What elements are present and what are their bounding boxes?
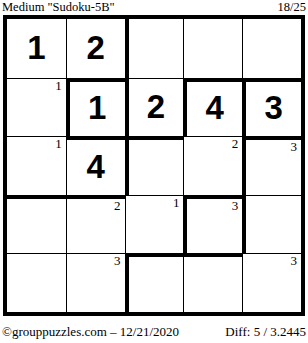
cell-r1-c4[interactable] xyxy=(183,19,242,78)
corner-mark: 2 xyxy=(232,137,239,151)
difficulty-text: Diff: 5 / 3.2445 xyxy=(225,325,306,339)
cell-r1-c2[interactable]: 2 xyxy=(66,19,125,78)
cell-r1-c1[interactable]: 1 xyxy=(7,19,66,78)
given-digit: 2 xyxy=(87,31,105,64)
cell-r5-c3[interactable] xyxy=(125,253,184,312)
cell-r3-c1[interactable]: 1 xyxy=(7,136,66,195)
given-digit: 1 xyxy=(88,91,106,124)
given-digit: 3 xyxy=(264,91,282,124)
cell-r2-c1[interactable]: 1 xyxy=(7,78,66,137)
cell-r5-c1[interactable] xyxy=(7,253,66,312)
given-digit: 4 xyxy=(206,91,224,124)
corner-mark: 3 xyxy=(114,254,121,268)
corner-mark: 1 xyxy=(173,196,180,210)
cell-r3-c2[interactable]: 4 xyxy=(66,136,125,195)
cell-r2-c2[interactable]: 1 xyxy=(66,78,125,137)
cell-r4-c5[interactable] xyxy=(242,195,301,254)
cell-r5-c4[interactable] xyxy=(183,253,242,312)
puzzle-page: Medium "Sudoku-5B" 18/25 121124314232133… xyxy=(0,0,308,343)
corner-mark: 1 xyxy=(55,79,62,93)
given-digit: 4 xyxy=(87,150,105,183)
copyright-text: ©grouppuzzles.com – 12/21/2020 xyxy=(2,325,179,339)
puzzle-grid: 1211243142321333 xyxy=(3,15,305,316)
cell-r3-c4[interactable]: 2 xyxy=(183,136,242,195)
cell-counter: 18/25 xyxy=(278,1,306,14)
cell-r2-c4[interactable]: 4 xyxy=(183,78,242,137)
cell-r1-c5[interactable] xyxy=(242,19,301,78)
cell-r4-c1[interactable] xyxy=(7,195,66,254)
corner-mark: 3 xyxy=(290,140,297,154)
cell-r3-c3[interactable] xyxy=(125,136,184,195)
cell-r3-c5[interactable]: 3 xyxy=(242,136,301,195)
page-header: Medium "Sudoku-5B" 18/25 xyxy=(2,1,306,14)
cell-r1-c3[interactable] xyxy=(125,19,184,78)
page-footer: ©grouppuzzles.com – 12/21/2020 Diff: 5 /… xyxy=(2,325,306,339)
cell-r5-c5[interactable]: 3 xyxy=(242,253,301,312)
corner-mark: 2 xyxy=(114,199,121,213)
given-digit: 2 xyxy=(147,90,165,123)
cell-r4-c4[interactable]: 3 xyxy=(183,195,242,254)
corner-mark: 1 xyxy=(55,137,62,151)
cell-r5-c2[interactable]: 3 xyxy=(66,253,125,312)
cell-r2-c5[interactable]: 3 xyxy=(242,78,301,137)
cell-r2-c3[interactable]: 2 xyxy=(125,78,184,137)
corner-mark: 3 xyxy=(232,199,239,213)
cell-r4-c2[interactable]: 2 xyxy=(66,195,125,254)
corner-mark: 3 xyxy=(290,254,297,268)
given-digit: 1 xyxy=(27,31,45,64)
cell-r4-c3[interactable]: 1 xyxy=(125,195,184,254)
puzzle-title: Medium "Sudoku-5B" xyxy=(2,1,115,14)
